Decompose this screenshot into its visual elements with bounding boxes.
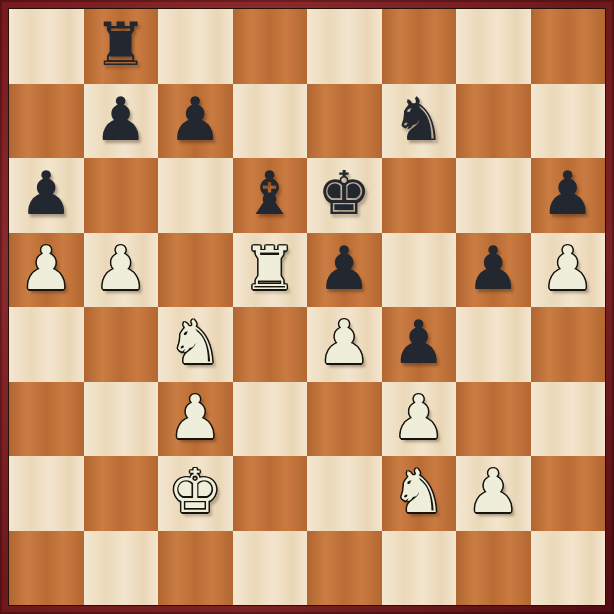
board-frame: ♜♟♟♞♟♝♚♟♟♟♜♟♟♟♞♟♟♟♟♚♞♟: [0, 0, 614, 614]
square-a2[interactable]: [9, 456, 84, 531]
square-e2[interactable]: [307, 456, 382, 531]
square-e3[interactable]: [307, 382, 382, 457]
square-b5[interactable]: ♟: [84, 233, 159, 308]
white-knight-piece: ♞: [392, 461, 446, 521]
square-d3[interactable]: [233, 382, 308, 457]
square-f8[interactable]: [382, 9, 457, 84]
square-b1[interactable]: [84, 531, 159, 606]
square-h8[interactable]: [531, 9, 606, 84]
black-rook-piece: ♜: [94, 14, 148, 74]
white-pawn-piece: ♟: [541, 238, 595, 298]
square-c1[interactable]: [158, 531, 233, 606]
square-b4[interactable]: [84, 307, 159, 382]
square-d4[interactable]: [233, 307, 308, 382]
square-a1[interactable]: [9, 531, 84, 606]
white-pawn-piece: ♟: [317, 312, 371, 372]
black-knight-piece: ♞: [392, 89, 446, 149]
white-pawn-piece: ♟: [19, 238, 73, 298]
square-f5[interactable]: [382, 233, 457, 308]
white-rook-piece: ♜: [243, 238, 297, 298]
square-a4[interactable]: [9, 307, 84, 382]
square-e5[interactable]: ♟: [307, 233, 382, 308]
square-g6[interactable]: [456, 158, 531, 233]
square-a6[interactable]: ♟: [9, 158, 84, 233]
square-b8[interactable]: ♜: [84, 9, 159, 84]
square-g1[interactable]: [456, 531, 531, 606]
square-h1[interactable]: [531, 531, 606, 606]
white-knight-piece: ♞: [168, 312, 222, 372]
square-h2[interactable]: [531, 456, 606, 531]
square-e6[interactable]: ♚: [307, 158, 382, 233]
black-pawn-piece: ♟: [466, 238, 520, 298]
square-f7[interactable]: ♞: [382, 84, 457, 159]
black-bishop-piece: ♝: [243, 163, 297, 223]
white-pawn-piece: ♟: [168, 387, 222, 447]
black-pawn-piece: ♟: [19, 163, 73, 223]
square-c5[interactable]: [158, 233, 233, 308]
chess-board: ♜♟♟♞♟♝♚♟♟♟♜♟♟♟♞♟♟♟♟♚♞♟: [8, 8, 606, 606]
square-f6[interactable]: [382, 158, 457, 233]
square-e4[interactable]: ♟: [307, 307, 382, 382]
square-d1[interactable]: [233, 531, 308, 606]
square-e7[interactable]: [307, 84, 382, 159]
square-f2[interactable]: ♞: [382, 456, 457, 531]
black-pawn-piece: ♟: [392, 312, 446, 372]
white-pawn-piece: ♟: [466, 461, 520, 521]
black-pawn-piece: ♟: [94, 89, 148, 149]
square-c8[interactable]: [158, 9, 233, 84]
square-a8[interactable]: [9, 9, 84, 84]
square-g5[interactable]: ♟: [456, 233, 531, 308]
square-g4[interactable]: [456, 307, 531, 382]
black-pawn-piece: ♟: [541, 163, 595, 223]
black-pawn-piece: ♟: [317, 238, 371, 298]
square-h4[interactable]: [531, 307, 606, 382]
square-b3[interactable]: [84, 382, 159, 457]
square-d5[interactable]: ♜: [233, 233, 308, 308]
square-f4[interactable]: ♟: [382, 307, 457, 382]
black-king-piece: ♚: [317, 163, 371, 223]
square-f3[interactable]: ♟: [382, 382, 457, 457]
square-h6[interactable]: ♟: [531, 158, 606, 233]
square-b7[interactable]: ♟: [84, 84, 159, 159]
square-a3[interactable]: [9, 382, 84, 457]
square-h7[interactable]: [531, 84, 606, 159]
square-c3[interactable]: ♟: [158, 382, 233, 457]
square-b6[interactable]: [84, 158, 159, 233]
square-c6[interactable]: [158, 158, 233, 233]
square-c4[interactable]: ♞: [158, 307, 233, 382]
square-g8[interactable]: [456, 9, 531, 84]
square-c2[interactable]: ♚: [158, 456, 233, 531]
square-d8[interactable]: [233, 9, 308, 84]
square-a5[interactable]: ♟: [9, 233, 84, 308]
square-h5[interactable]: ♟: [531, 233, 606, 308]
black-pawn-piece: ♟: [168, 89, 222, 149]
square-d2[interactable]: [233, 456, 308, 531]
white-pawn-piece: ♟: [94, 238, 148, 298]
white-pawn-piece: ♟: [392, 387, 446, 447]
square-g3[interactable]: [456, 382, 531, 457]
square-d6[interactable]: ♝: [233, 158, 308, 233]
square-b2[interactable]: [84, 456, 159, 531]
white-king-piece: ♚: [168, 461, 222, 521]
square-a7[interactable]: [9, 84, 84, 159]
square-g2[interactable]: ♟: [456, 456, 531, 531]
square-g7[interactable]: [456, 84, 531, 159]
square-e8[interactable]: [307, 9, 382, 84]
square-f1[interactable]: [382, 531, 457, 606]
square-d7[interactable]: [233, 84, 308, 159]
square-e1[interactable]: [307, 531, 382, 606]
square-c7[interactable]: ♟: [158, 84, 233, 159]
square-h3[interactable]: [531, 382, 606, 457]
